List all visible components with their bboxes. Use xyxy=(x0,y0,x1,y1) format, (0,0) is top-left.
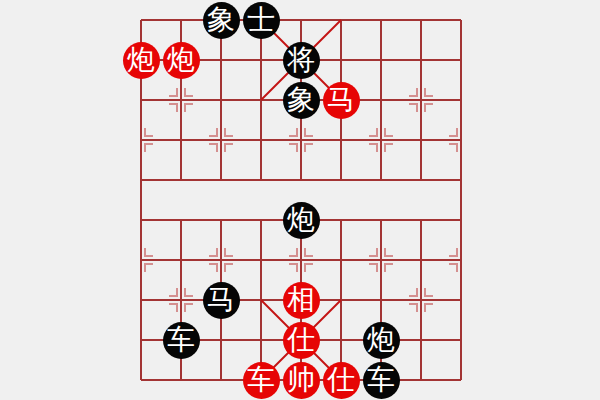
piece-red-advisor[interactable]: 仕 xyxy=(323,362,360,399)
piece-red-horse[interactable]: 马 xyxy=(323,82,360,119)
piece-black-chariot[interactable]: 车 xyxy=(363,362,400,399)
piece-layer: 象士炮炮将象马炮马相车仕炮车帅仕车 xyxy=(121,0,481,400)
piece-black-advisor[interactable]: 士 xyxy=(243,2,280,39)
piece-black-cannon[interactable]: 炮 xyxy=(363,322,400,359)
xiangqi-screenshot: 象士炮炮将象马炮马相车仕炮车帅仕车 xyxy=(0,0,600,400)
piece-red-general[interactable]: 帅 xyxy=(283,362,320,399)
piece-red-cannon[interactable]: 炮 xyxy=(163,42,200,79)
piece-black-cannon[interactable]: 炮 xyxy=(283,202,320,239)
piece-red-cannon[interactable]: 炮 xyxy=(123,42,160,79)
piece-red-elephant[interactable]: 相 xyxy=(283,282,320,319)
piece-black-horse[interactable]: 马 xyxy=(203,282,240,319)
piece-red-advisor[interactable]: 仕 xyxy=(283,322,320,359)
piece-black-chariot[interactable]: 车 xyxy=(163,322,200,359)
piece-black-elephant[interactable]: 象 xyxy=(203,2,240,39)
piece-black-elephant[interactable]: 象 xyxy=(283,82,320,119)
piece-red-chariot[interactable]: 车 xyxy=(243,362,280,399)
piece-black-general[interactable]: 将 xyxy=(283,42,320,79)
